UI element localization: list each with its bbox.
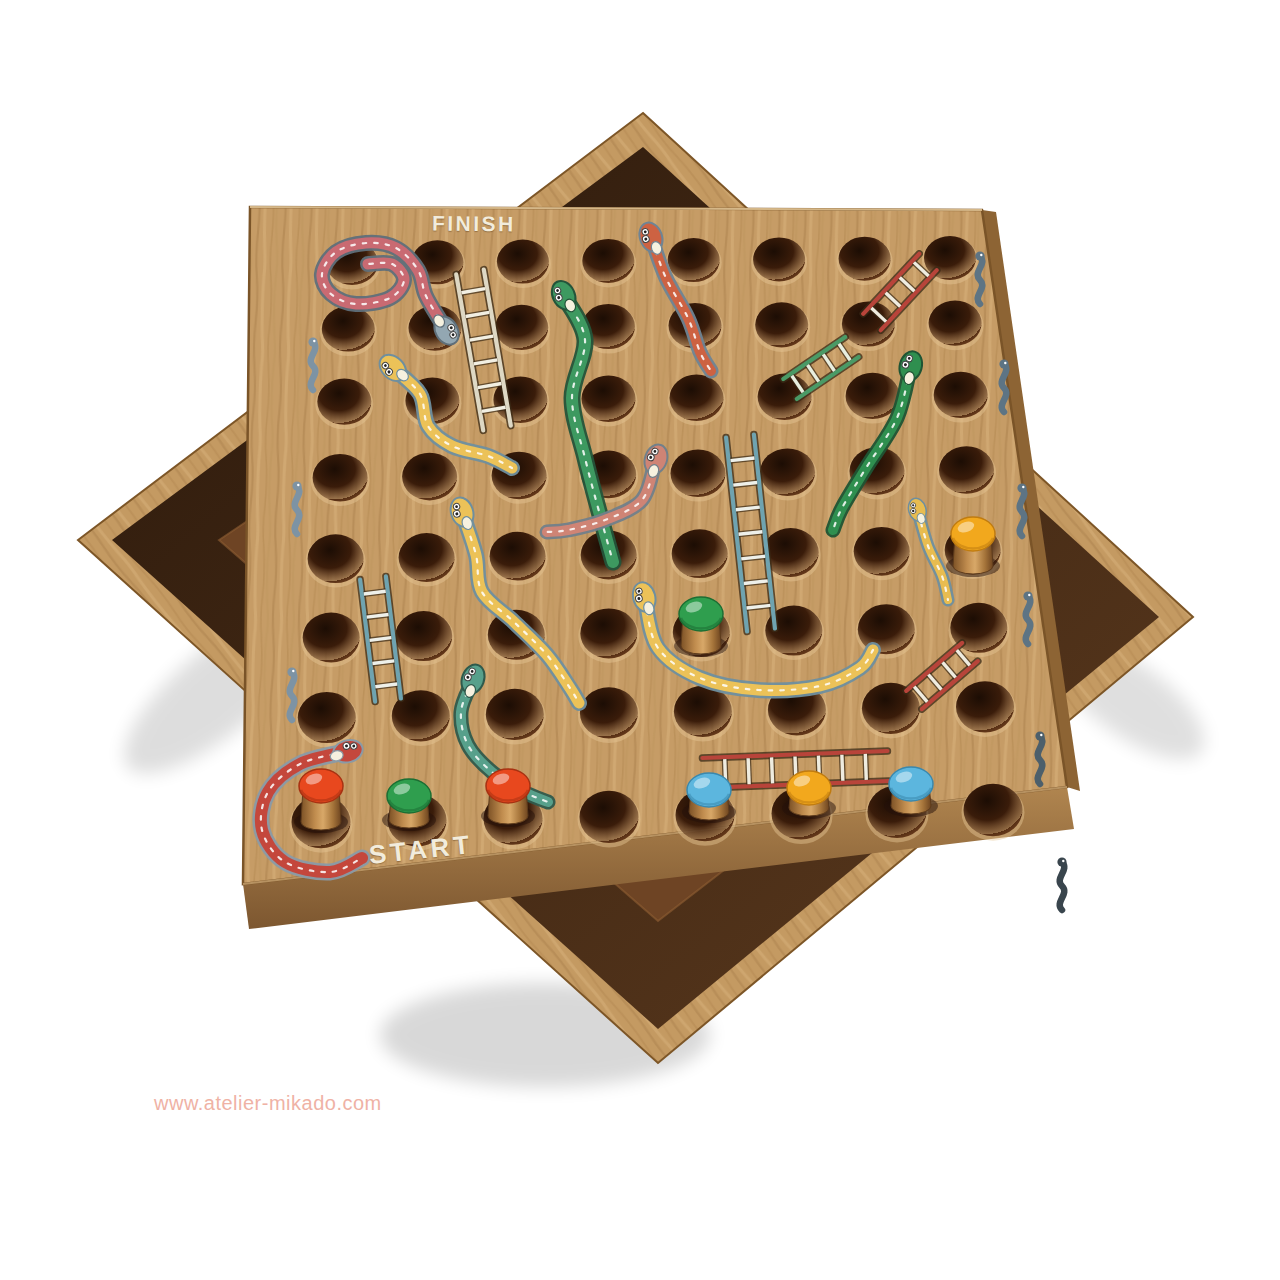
peg-green-r8c2[interactable]	[382, 779, 436, 831]
peg-blue-r8c5[interactable]	[682, 773, 736, 823]
peg-green-r6c5[interactable]	[674, 597, 728, 657]
product-photo-snakes-ladders: FINISH START www.atelier-mikado.com	[0, 0, 1280, 1280]
finish-label: FINISH	[432, 212, 516, 237]
peg-red-r8c1[interactable]	[294, 769, 348, 833]
peg-yellow-r5c8[interactable]	[946, 517, 1000, 577]
board-scene	[0, 0, 1280, 1280]
peg-yellow-r8c6[interactable]	[782, 771, 836, 819]
snake-squiggle-9	[1057, 857, 1066, 910]
watermark-url: www.atelier-mikado.com	[154, 1092, 382, 1115]
peg-red-r8c3[interactable]	[481, 769, 535, 827]
peg-blue-r8c7[interactable]	[884, 767, 938, 817]
